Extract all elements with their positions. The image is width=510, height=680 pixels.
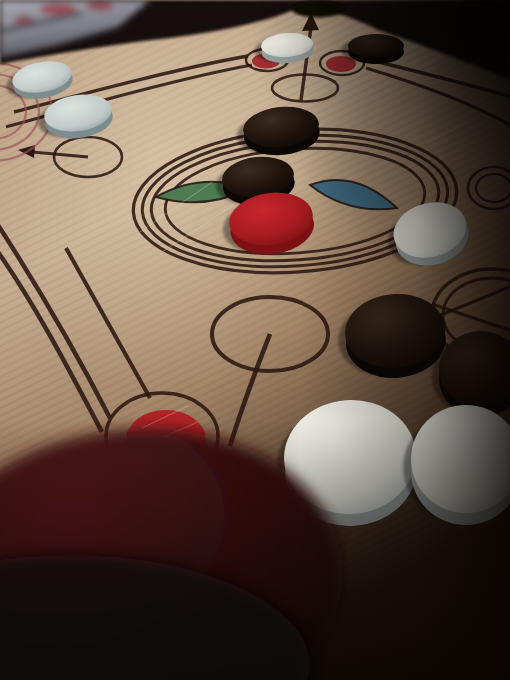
carrom-board [0, 0, 510, 680]
carrom-photo [0, 0, 510, 680]
coin-top [348, 34, 404, 58]
corner-pocket[interactable] [292, 1, 344, 18]
